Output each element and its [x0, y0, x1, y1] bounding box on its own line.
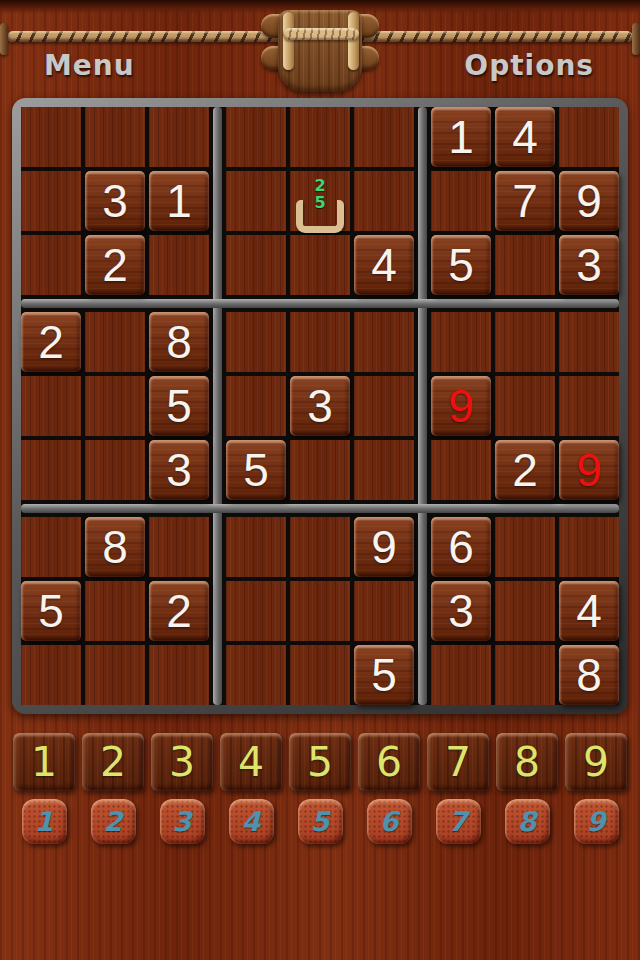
pencil-button-5[interactable]: 5 [298, 799, 343, 844]
cell-r9c4[interactable] [226, 645, 286, 705]
cell-r5c4[interactable] [226, 376, 286, 436]
cell-r8c3[interactable]: 2 [149, 581, 209, 641]
sudoku-board-frame: 143125792453285393529896523458 [12, 98, 628, 714]
cell-r9c5[interactable] [290, 645, 350, 705]
cell-r2c3[interactable]: 1 [149, 171, 209, 231]
cell-r4c8[interactable] [495, 312, 555, 372]
pencil-button-9[interactable]: 9 [574, 799, 619, 844]
cell-r9c3[interactable] [149, 645, 209, 705]
cell-number: 8 [166, 319, 192, 365]
cell-number: 4 [576, 588, 602, 634]
menu-button[interactable]: Menu [44, 49, 135, 82]
rod-end-cap-right [632, 23, 640, 55]
cell-r9c1[interactable] [21, 645, 81, 705]
sudoku-board[interactable]: 143125792453285393529896523458 [21, 107, 619, 705]
cell-number: 9 [576, 178, 602, 224]
cell-r4c6[interactable] [354, 312, 414, 372]
cell-number: 8 [102, 524, 128, 570]
cell-number: 4 [512, 114, 538, 160]
cell-r3c8[interactable] [495, 235, 555, 295]
cell-number: 5 [243, 447, 269, 493]
cell-number: 5 [448, 242, 474, 288]
cell-r8c6[interactable] [354, 581, 414, 641]
cell-r6c7[interactable] [431, 440, 491, 500]
cell-r3c2[interactable]: 2 [85, 235, 145, 295]
cell-r9c7[interactable] [431, 645, 491, 705]
cell-number: 3 [102, 178, 128, 224]
cell-r2c9[interactable]: 9 [559, 171, 619, 231]
cell-r8c7[interactable]: 3 [431, 581, 491, 641]
cell-r4c1[interactable]: 2 [21, 312, 81, 372]
cell-number: 5 [166, 383, 192, 429]
cell-number: 1 [166, 178, 192, 224]
cell-r8c5[interactable] [290, 581, 350, 641]
cell-r1c8[interactable]: 4 [495, 107, 555, 167]
cell-number: 7 [512, 178, 538, 224]
number-tile-4[interactable]: 4 [220, 733, 282, 791]
cell-r1c3[interactable] [149, 107, 209, 167]
cell-r7c7[interactable]: 6 [431, 517, 491, 577]
number-tile-5[interactable]: 5 [289, 733, 351, 791]
box-separator-horizontal-2 [21, 504, 619, 513]
cell-r6c9[interactable]: 9 [559, 440, 619, 500]
pencil-button-1[interactable]: 1 [22, 799, 67, 844]
number-tile-7[interactable]: 7 [427, 733, 489, 791]
cell-r1c6[interactable] [354, 107, 414, 167]
sign-post-right [348, 12, 359, 70]
cell-r5c5[interactable]: 3 [290, 376, 350, 436]
cell-r9c9[interactable]: 8 [559, 645, 619, 705]
cell-number: 2 [166, 588, 192, 634]
cell-number: 2 [38, 319, 64, 365]
cell-r1c9[interactable] [559, 107, 619, 167]
box-separator-horizontal-1 [21, 299, 619, 308]
cell-r9c8[interactable] [495, 645, 555, 705]
cell-r6c3[interactable]: 3 [149, 440, 209, 500]
cell-r8c8[interactable] [495, 581, 555, 641]
cell-r5c9[interactable] [559, 376, 619, 436]
number-tile-row: 123456789 [13, 733, 627, 791]
cell-r3c1[interactable] [21, 235, 81, 295]
selected-cell-bracket [296, 200, 344, 233]
cell-r7c5[interactable] [290, 517, 350, 577]
pencil-button-2[interactable]: 2 [91, 799, 136, 844]
cell-number: 3 [307, 383, 333, 429]
cell-r5c8[interactable] [495, 376, 555, 436]
cell-r6c8[interactable]: 2 [495, 440, 555, 500]
cell-number: 9 [448, 383, 474, 429]
cell-r7c6[interactable]: 9 [354, 517, 414, 577]
number-tile-2[interactable]: 2 [82, 733, 144, 791]
pencil-button-8[interactable]: 8 [505, 799, 550, 844]
number-tile-9[interactable]: 9 [565, 733, 627, 791]
cell-r8c1[interactable]: 5 [21, 581, 81, 641]
options-button[interactable]: Options [464, 49, 594, 82]
cell-number: 9 [371, 524, 397, 570]
cell-r7c4[interactable] [226, 517, 286, 577]
cell-number: 2 [512, 447, 538, 493]
number-tile-3[interactable]: 3 [151, 733, 213, 791]
cell-r4c2[interactable] [85, 312, 145, 372]
cell-r7c3[interactable] [149, 517, 209, 577]
cell-r8c9[interactable]: 4 [559, 581, 619, 641]
cell-r7c2[interactable]: 8 [85, 517, 145, 577]
sign-post-left [283, 12, 294, 70]
cell-number: 5 [38, 588, 64, 634]
pencil-button-row: 123456789 [13, 799, 627, 844]
cell-r3c6[interactable]: 4 [354, 235, 414, 295]
cell-r4c5[interactable] [290, 312, 350, 372]
cell-r3c7[interactable]: 5 [431, 235, 491, 295]
number-tile-6[interactable]: 6 [358, 733, 420, 791]
cell-r7c1[interactable] [21, 517, 81, 577]
cell-r4c4[interactable] [226, 312, 286, 372]
cell-r6c1[interactable] [21, 440, 81, 500]
pencil-button-3[interactable]: 3 [160, 799, 205, 844]
cell-r2c8[interactable]: 7 [495, 171, 555, 231]
cell-r5c3[interactable]: 5 [149, 376, 209, 436]
cell-r2c5[interactable]: 25 [290, 171, 350, 231]
cell-r4c7[interactable] [431, 312, 491, 372]
cell-r9c6[interactable]: 5 [354, 645, 414, 705]
cell-r1c4[interactable] [226, 107, 286, 167]
cell-number: 3 [576, 242, 602, 288]
pencil-button-4[interactable]: 4 [229, 799, 274, 844]
cell-r1c5[interactable] [290, 107, 350, 167]
cell-r3c5[interactable] [290, 235, 350, 295]
number-tile-1[interactable]: 1 [13, 733, 75, 791]
cell-number: 1 [448, 114, 474, 160]
cell-number: 5 [371, 652, 397, 698]
cell-r7c9[interactable] [559, 517, 619, 577]
cell-r7c8[interactable] [495, 517, 555, 577]
cell-r2c4[interactable] [226, 171, 286, 231]
cell-r5c1[interactable] [21, 376, 81, 436]
cell-r9c2[interactable] [85, 645, 145, 705]
cell-r2c1[interactable] [21, 171, 81, 231]
cell-r1c2[interactable] [85, 107, 145, 167]
cell-number: 4 [371, 242, 397, 288]
cell-number: 8 [576, 652, 602, 698]
cell-r8c2[interactable] [85, 581, 145, 641]
cell-number: 3 [166, 447, 192, 493]
cell-r2c2[interactable]: 3 [85, 171, 145, 231]
box-separator-vertical-2 [418, 107, 427, 705]
cell-r6c4[interactable]: 5 [226, 440, 286, 500]
cell-r5c6[interactable] [354, 376, 414, 436]
cell-r2c6[interactable] [354, 171, 414, 231]
cell-number: 2 [102, 242, 128, 288]
cell-r3c3[interactable] [149, 235, 209, 295]
pencil-button-6[interactable]: 6 [367, 799, 412, 844]
cell-r2c7[interactable] [431, 171, 491, 231]
rod-end-cap-left [0, 23, 8, 55]
cell-number: 9 [576, 447, 602, 493]
pencil-button-7[interactable]: 7 [436, 799, 481, 844]
cell-r5c7[interactable]: 9 [431, 376, 491, 436]
cell-number: 3 [448, 588, 474, 634]
cell-r6c2[interactable] [85, 440, 145, 500]
cell-r1c1[interactable] [21, 107, 81, 167]
cell-r8c4[interactable] [226, 581, 286, 641]
cell-r3c4[interactable] [226, 235, 286, 295]
cell-number: 6 [448, 524, 474, 570]
cell-r5c2[interactable] [85, 376, 145, 436]
cell-r1c7[interactable]: 1 [431, 107, 491, 167]
sign-crossbar [283, 28, 359, 40]
cell-r6c5[interactable] [290, 440, 350, 500]
cell-r4c9[interactable] [559, 312, 619, 372]
box-separator-vertical-1 [213, 107, 222, 705]
number-tile-8[interactable]: 8 [496, 733, 558, 791]
cell-r3c9[interactable]: 3 [559, 235, 619, 295]
cell-r6c6[interactable] [354, 440, 414, 500]
cell-r4c3[interactable]: 8 [149, 312, 209, 372]
